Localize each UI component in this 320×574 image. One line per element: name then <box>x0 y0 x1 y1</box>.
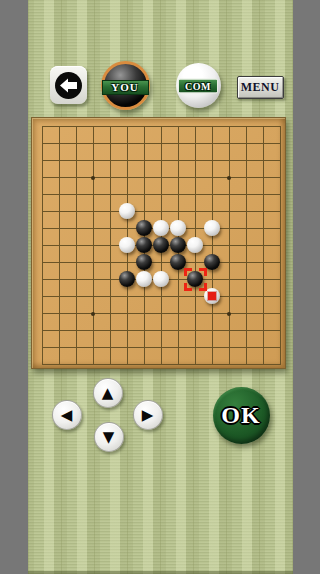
white-stone <box>153 271 169 287</box>
star-point <box>227 312 231 316</box>
star-point <box>227 176 231 180</box>
back-button[interactable] <box>50 66 87 104</box>
gomoku-board[interactable] <box>31 117 286 369</box>
com-label: COM <box>178 78 218 93</box>
you-player-indicator: YOU <box>101 61 150 110</box>
up-arrow-icon: ▲ <box>102 384 114 402</box>
black-stone <box>170 237 186 253</box>
white-stone <box>153 220 169 236</box>
right-arrow-icon: ▶ <box>142 406 154 424</box>
white-stone <box>204 220 220 236</box>
menu-button[interactable]: MENU <box>237 76 284 99</box>
black-stone <box>136 254 152 270</box>
back-arrow-icon <box>54 71 83 100</box>
app-screen: YOU COM MENU ▲ ◀ ▶ ▼ OK <box>28 0 293 574</box>
left-arrow-icon: ◀ <box>61 406 73 424</box>
star-point <box>91 176 95 180</box>
white-stone <box>119 203 135 219</box>
white-stone <box>187 237 203 253</box>
cursor-bracket <box>185 269 206 290</box>
left-button[interactable]: ◀ <box>52 400 82 430</box>
cursor-corner-icon <box>184 283 192 291</box>
down-button[interactable]: ▼ <box>94 422 124 452</box>
black-stone <box>136 220 152 236</box>
white-stone <box>119 237 135 253</box>
right-button[interactable]: ▶ <box>133 400 163 430</box>
black-stone <box>153 237 169 253</box>
up-button[interactable]: ▲ <box>93 378 123 408</box>
last-move-marker <box>208 292 216 300</box>
white-stone <box>136 271 152 287</box>
cursor-corner-icon <box>199 283 207 291</box>
ok-button[interactable]: OK <box>213 387 270 444</box>
star-point <box>91 312 95 316</box>
black-stone <box>136 237 152 253</box>
com-player-indicator: COM <box>176 63 221 108</box>
cursor-corner-icon <box>199 268 207 276</box>
down-arrow-icon: ▼ <box>103 428 115 446</box>
black-stone <box>119 271 135 287</box>
you-label: YOU <box>102 80 149 95</box>
cursor-corner-icon <box>184 268 192 276</box>
white-stone <box>170 220 186 236</box>
